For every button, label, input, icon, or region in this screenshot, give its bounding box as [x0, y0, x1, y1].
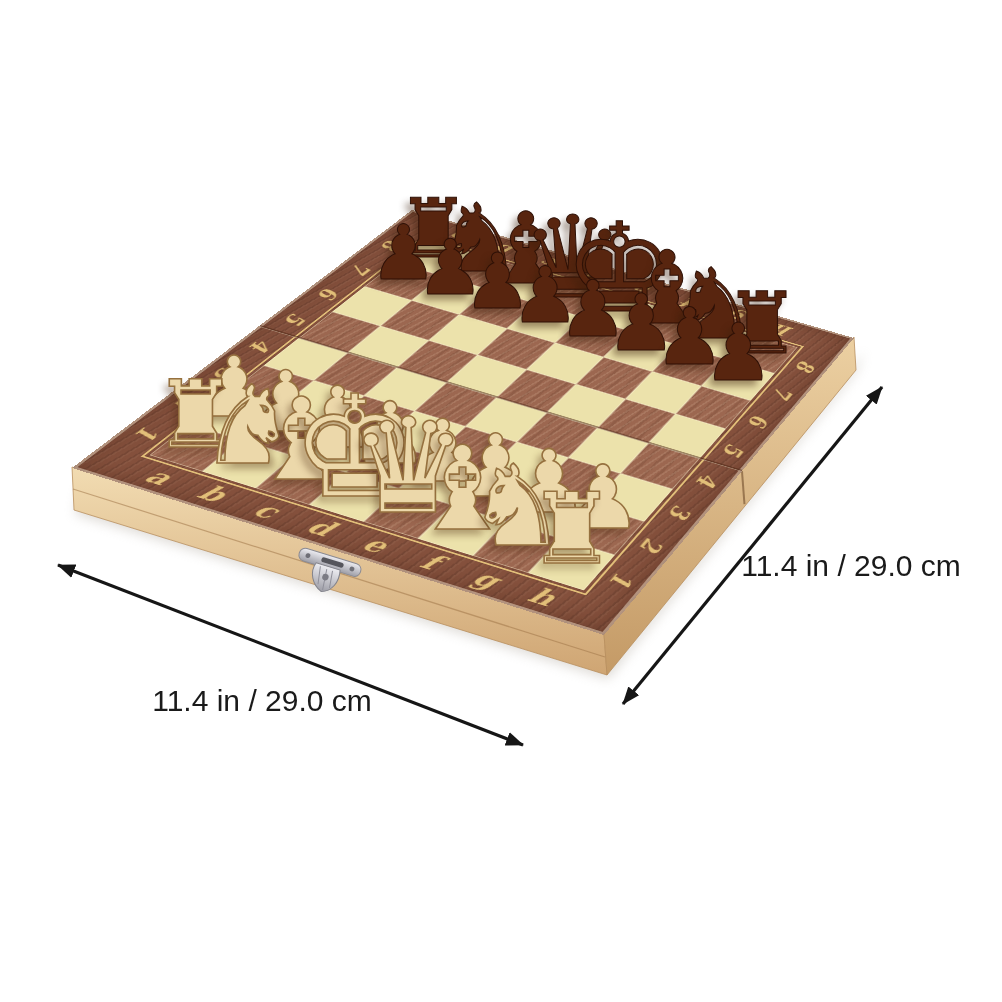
dimension-arrow-right	[623, 387, 882, 704]
dimension-label-bottom: 11.4 in / 29.0 cm	[152, 684, 372, 718]
dimension-arrow-bottom	[58, 565, 523, 745]
product-photo: aa88bb77cc66dd55ee44ff33gg22hh11 ♜♞♟♝♟♛♟…	[0, 0, 1002, 1002]
dimension-label-right: 11.4 in / 29.0 cm	[741, 549, 961, 583]
dimension-arrows	[0, 0, 1002, 1002]
